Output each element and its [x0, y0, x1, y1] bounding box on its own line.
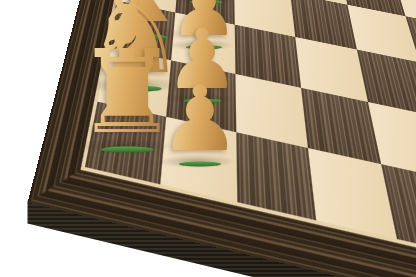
chessboard-photo: ♜♞♝♟♟♟♟: [0, 0, 416, 277]
pieces-layer: ♜♞♝♟♟♟♟: [0, 0, 416, 277]
piece-white-pawn-a2: ♟: [155, 76, 245, 166]
pawn-glyph: ♟: [159, 74, 240, 164]
